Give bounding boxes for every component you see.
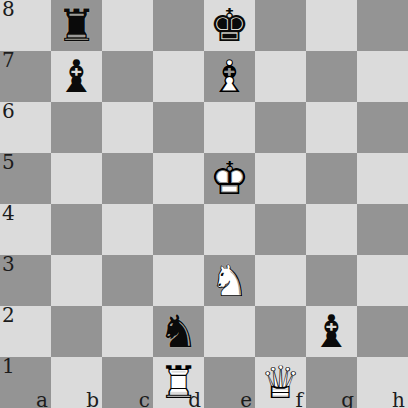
square-b7[interactable]: ♝ [51,51,102,102]
file-label-b: b [86,388,99,408]
square-g2[interactable]: ♝ [306,306,357,357]
square-f1[interactable]: f♛♕ [255,357,306,408]
square-d5[interactable] [153,153,204,204]
square-e8[interactable]: ♚ [204,0,255,51]
square-e1[interactable]: e [204,357,255,408]
rank-label-7: 7 [2,48,15,72]
square-e3[interactable]: ♞♘ [204,255,255,306]
square-c4[interactable] [102,204,153,255]
square-a8[interactable]: 8 [0,0,51,51]
rank-label-2: 2 [2,303,15,327]
square-h1[interactable]: h [357,357,408,408]
square-c6[interactable] [102,102,153,153]
square-e2[interactable] [204,306,255,357]
file-label-e: e [240,388,252,408]
black-piece-glyph: ♝ [51,51,102,102]
black-piece-glyph: ♞ [153,306,204,357]
chess-board: 8♜♚7♝♝♗65♚♔43♞♘2♞♝1abcd♜♖ef♛♕gh [0,0,408,408]
square-b1[interactable]: b [51,357,102,408]
square-f5[interactable] [255,153,306,204]
white-piece-outline: ♗ [204,51,255,102]
rank-label-3: 3 [2,252,15,276]
square-a5[interactable]: 5 [0,153,51,204]
square-a4[interactable]: 4 [0,204,51,255]
square-b4[interactable] [51,204,102,255]
square-d6[interactable] [153,102,204,153]
square-f3[interactable] [255,255,306,306]
black-piece-glyph: ♜ [51,0,102,51]
square-c7[interactable] [102,51,153,102]
square-d1[interactable]: d♜♖ [153,357,204,408]
black-bishop-g2[interactable]: ♝ [306,306,357,357]
square-b3[interactable] [51,255,102,306]
square-e5[interactable]: ♚♔ [204,153,255,204]
square-c1[interactable]: c [102,357,153,408]
white-piece-outline: ♕ [255,357,306,408]
black-knight-d2[interactable]: ♞ [153,306,204,357]
square-h5[interactable] [357,153,408,204]
square-g7[interactable] [306,51,357,102]
square-a2[interactable]: 2 [0,306,51,357]
square-d4[interactable] [153,204,204,255]
square-d3[interactable] [153,255,204,306]
square-c8[interactable] [102,0,153,51]
file-label-a: a [36,388,48,408]
square-g6[interactable] [306,102,357,153]
rank-label-6: 6 [2,99,15,123]
square-f6[interactable] [255,102,306,153]
white-piece-outline: ♘ [204,255,255,306]
square-f2[interactable] [255,306,306,357]
square-g8[interactable] [306,0,357,51]
square-b5[interactable] [51,153,102,204]
file-label-h: h [392,388,405,408]
file-label-g: g [341,388,354,408]
square-f4[interactable] [255,204,306,255]
square-h6[interactable] [357,102,408,153]
white-piece-outline: ♖ [153,357,204,408]
rank-label-5: 5 [2,150,15,174]
square-c5[interactable] [102,153,153,204]
rank-label-1: 1 [2,354,15,378]
square-d7[interactable] [153,51,204,102]
square-a6[interactable]: 6 [0,102,51,153]
square-b2[interactable] [51,306,102,357]
black-king-e8[interactable]: ♚ [204,0,255,51]
square-h7[interactable] [357,51,408,102]
white-rook-d1[interactable]: ♜♖ [153,357,204,408]
square-g3[interactable] [306,255,357,306]
square-b6[interactable] [51,102,102,153]
black-bishop-b7[interactable]: ♝ [51,51,102,102]
file-label-c: c [139,388,150,408]
square-c3[interactable] [102,255,153,306]
square-a1[interactable]: 1a [0,357,51,408]
white-king-e5[interactable]: ♚♔ [204,153,255,204]
square-d2[interactable]: ♞ [153,306,204,357]
white-piece-outline: ♔ [204,153,255,204]
square-b8[interactable]: ♜ [51,0,102,51]
square-h3[interactable] [357,255,408,306]
square-h4[interactable] [357,204,408,255]
square-c2[interactable] [102,306,153,357]
rank-label-4: 4 [2,201,15,225]
square-e6[interactable] [204,102,255,153]
square-a3[interactable]: 3 [0,255,51,306]
square-f7[interactable] [255,51,306,102]
black-piece-glyph: ♝ [306,306,357,357]
square-g5[interactable] [306,153,357,204]
square-f8[interactable] [255,0,306,51]
white-bishop-e7[interactable]: ♝♗ [204,51,255,102]
black-rook-b8[interactable]: ♜ [51,0,102,51]
square-a7[interactable]: 7 [0,51,51,102]
square-g1[interactable]: g [306,357,357,408]
white-knight-e3[interactable]: ♞♘ [204,255,255,306]
square-e4[interactable] [204,204,255,255]
square-e7[interactable]: ♝♗ [204,51,255,102]
rank-label-8: 8 [2,0,15,21]
square-d8[interactable] [153,0,204,51]
square-h8[interactable] [357,0,408,51]
square-g4[interactable] [306,204,357,255]
square-h2[interactable] [357,306,408,357]
black-piece-glyph: ♚ [204,0,255,51]
white-queen-f1[interactable]: ♛♕ [255,357,306,408]
